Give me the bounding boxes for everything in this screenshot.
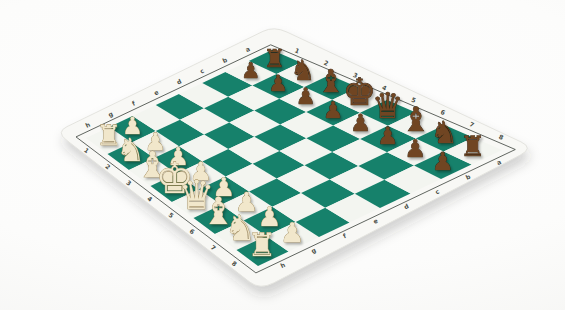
black-pawn[interactable]: ♟ bbox=[350, 109, 371, 137]
black-pawn[interactable]: ♟ bbox=[268, 70, 288, 96]
product-photo-stage: 11hh22gg33ff44ee55dd66cc77bb88aa ♜♟♞♟♝♟♚… bbox=[0, 0, 565, 310]
black-pawn[interactable]: ♟ bbox=[295, 83, 315, 109]
black-pawn[interactable]: ♟ bbox=[377, 122, 398, 150]
black-knight[interactable]: ♞ bbox=[430, 114, 458, 150]
white-pawn[interactable]: ♟ bbox=[280, 217, 304, 248]
black-pawn[interactable]: ♟ bbox=[323, 97, 344, 123]
black-knight[interactable]: ♞ bbox=[290, 54, 315, 87]
black-rook[interactable]: ♜ bbox=[460, 130, 485, 163]
chessboard: 11hh22gg33ff44ee55dd66cc77bb88aa ♜♟♞♟♝♟♚… bbox=[0, 0, 565, 310]
black-pawn[interactable]: ♟ bbox=[431, 147, 453, 176]
black-bishop[interactable]: ♝ bbox=[401, 100, 431, 139]
black-rook[interactable]: ♜ bbox=[263, 44, 285, 73]
black-pawn[interactable]: ♟ bbox=[241, 58, 260, 83]
black-queen[interactable]: ♛ bbox=[372, 85, 404, 126]
black-bishop[interactable]: ♝ bbox=[317, 63, 345, 99]
white-rook[interactable]: ♜ bbox=[248, 226, 277, 264]
black-pawn[interactable]: ♟ bbox=[404, 134, 426, 163]
